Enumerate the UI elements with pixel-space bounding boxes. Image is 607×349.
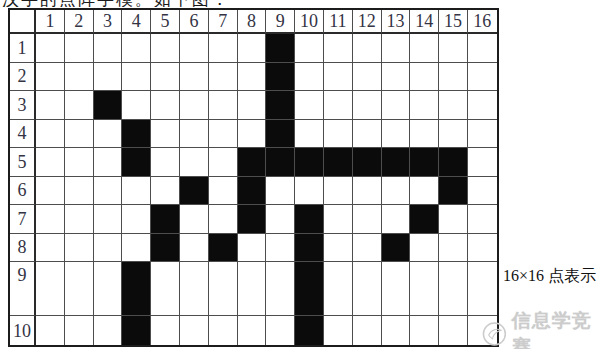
cell-r4-c15 [439,120,468,149]
cell-r10-c4-filled [122,316,151,345]
cell-r8-c6 [180,234,209,263]
cell-r7-c7 [209,205,238,234]
cell-r3-c13 [382,91,411,120]
cell-r1-c12 [353,34,382,63]
cell-r2-c7 [209,63,238,92]
cell-r4-c5 [151,120,180,149]
cell-r1-c6 [180,34,209,63]
cell-r3-c15 [439,91,468,120]
cell-r5-c9-filled [266,148,295,177]
cell-r10-c9 [266,316,295,345]
cell-r1-c3 [94,34,123,63]
cell-r9-c8 [238,262,267,316]
cell-r6-c1 [36,177,65,206]
cell-r9-c14 [410,262,439,316]
cell-r4-c14 [410,120,439,149]
cell-r7-c4 [122,205,151,234]
row-header-7: 7 [10,205,36,234]
cell-r5-c12-filled [353,148,382,177]
cell-r2-c16 [468,63,497,92]
cell-r10-c12 [353,316,382,345]
watermark-logo-icon [482,321,507,347]
cell-r9-c11 [324,262,353,316]
cell-r6-c4 [122,177,151,206]
cell-r10-c7 [209,316,238,345]
cell-r8-c9 [266,234,295,263]
cell-r3-c9-filled [266,91,295,120]
cell-r2-c8 [238,63,267,92]
cell-r6-c2 [65,177,94,206]
cell-r3-c2 [65,91,94,120]
cell-r7-c10-filled [295,205,324,234]
row-header-3: 3 [10,91,36,120]
col-header-4: 4 [122,10,151,34]
cell-r4-c2 [65,120,94,149]
cell-r3-c7 [209,91,238,120]
col-header-11: 11 [324,10,353,34]
cell-r7-c14-filled [410,205,439,234]
cell-r8-c3 [94,234,123,263]
cell-r6-c5 [151,177,180,206]
cell-r6-c6-filled [180,177,209,206]
cell-r2-c9-filled [266,63,295,92]
cell-r4-c8 [238,120,267,149]
col-header-9: 9 [266,10,295,34]
cell-r3-c6 [180,91,209,120]
cell-r6-c10 [295,177,324,206]
cell-r8-c10-filled [295,234,324,263]
cell-r8-c5-filled [151,234,180,263]
cell-r4-c13 [382,120,411,149]
row-header-5: 5 [10,148,36,177]
cell-r9-c5 [151,262,180,316]
cell-r5-c2 [65,148,94,177]
cell-r4-c9-filled [266,120,295,149]
col-header-14: 14 [410,10,439,34]
cell-r2-c1 [36,63,65,92]
cell-r3-c11 [324,91,353,120]
cell-r8-c1 [36,234,65,263]
cell-r5-c3 [94,148,123,177]
cell-r1-c8 [238,34,267,63]
cell-r5-c13-filled [382,148,411,177]
row-header-2: 2 [10,63,36,92]
cell-r1-c11 [324,34,353,63]
cell-r4-c12 [353,120,382,149]
cell-r2-c4 [122,63,151,92]
cell-r4-c3 [94,120,123,149]
cell-r9-c7 [209,262,238,316]
col-header-6: 6 [180,10,209,34]
col-header-15: 15 [439,10,468,34]
col-header-5: 5 [151,10,180,34]
row-header-8: 8 [10,234,36,263]
cell-r7-c8-filled [238,205,267,234]
cell-r9-c9 [266,262,295,316]
cell-r7-c13 [382,205,411,234]
cell-r9-c2 [65,262,94,316]
cell-r3-c8 [238,91,267,120]
cell-r10-c10-filled [295,316,324,345]
cell-r3-c10 [295,91,324,120]
cell-r5-c4-filled [122,148,151,177]
cell-r5-c14-filled [410,148,439,177]
side-note: 16×16 点表示 [503,266,596,287]
cell-r8-c14 [410,234,439,263]
cell-r4-c7 [209,120,238,149]
cell-r7-c6 [180,205,209,234]
cell-r8-c16 [468,234,497,263]
cell-r1-c5 [151,34,180,63]
col-header-13: 13 [382,10,411,34]
row-header-1: 1 [10,34,36,63]
cell-r9-c4-filled [122,262,151,316]
cell-r9-c15 [439,262,468,316]
col-header-3: 3 [94,10,123,34]
row-header-6: 6 [10,177,36,206]
cell-r3-c16 [468,91,497,120]
cell-r5-c7 [209,148,238,177]
cell-r10-c3 [94,316,123,345]
cell-r10-c5 [151,316,180,345]
cell-r4-c11 [324,120,353,149]
row-header-10: 10 [10,316,36,345]
cell-r7-c15 [439,205,468,234]
cell-r2-c5 [151,63,180,92]
cell-r10-c11 [324,316,353,345]
pixel-grid: 1234567891011121314151612345678910 [8,8,499,347]
cell-r10-c15 [439,316,468,345]
cell-r7-c12 [353,205,382,234]
cell-r6-c14 [410,177,439,206]
cell-r9-c6 [180,262,209,316]
cell-r10-c14 [410,316,439,345]
cell-r3-c12 [353,91,382,120]
cell-r1-c4 [122,34,151,63]
cell-r1-c1 [36,34,65,63]
cell-r5-c1 [36,148,65,177]
cell-r4-c16 [468,120,497,149]
cell-r8-c2 [65,234,94,263]
cell-r7-c11 [324,205,353,234]
col-header-16: 16 [468,10,497,34]
cell-r5-c6 [180,148,209,177]
cell-r9-c1 [36,262,65,316]
cell-r3-c5 [151,91,180,120]
cell-r10-c8 [238,316,267,345]
cell-r9-c13 [382,262,411,316]
cell-r8-c7-filled [209,234,238,263]
cell-r8-c15 [439,234,468,263]
cell-r4-c1 [36,120,65,149]
cell-r6-c15-filled [439,177,468,206]
cell-r3-c4 [122,91,151,120]
cell-r7-c9 [266,205,295,234]
cell-r4-c6 [180,120,209,149]
cell-r2-c13 [382,63,411,92]
watermark-text: 信息学竞赛 [512,308,607,349]
cell-r10-c6 [180,316,209,345]
cell-r2-c6 [180,63,209,92]
cell-r1-c7 [209,34,238,63]
col-header-2: 2 [65,10,94,34]
cell-r4-c4-filled [122,120,151,149]
cell-r7-c2 [65,205,94,234]
cell-r3-c1 [36,91,65,120]
cell-r5-c8-filled [238,148,267,177]
cell-r1-c15 [439,34,468,63]
corner-cell [10,10,36,34]
cell-r2-c15 [439,63,468,92]
cell-r1-c2 [65,34,94,63]
cell-r7-c1 [36,205,65,234]
watermark: 信息学竞赛 [482,308,607,349]
cell-r3-c14 [410,91,439,120]
cell-r8-c12 [353,234,382,263]
col-header-7: 7 [209,10,238,34]
cell-r9-c12 [353,262,382,316]
col-header-12: 12 [353,10,382,34]
cell-r8-c13-filled [382,234,411,263]
cell-r8-c8 [238,234,267,263]
cell-r5-c10-filled [295,148,324,177]
cell-r8-c11 [324,234,353,263]
cell-r2-c3 [94,63,123,92]
row-header-9: 9 [10,262,36,316]
cell-r5-c15-filled [439,148,468,177]
cell-r5-c16 [468,148,497,177]
cell-r6-c8-filled [238,177,267,206]
cell-r1-c14 [410,34,439,63]
cell-r8-c4 [122,234,151,263]
cell-r2-c14 [410,63,439,92]
cell-r3-c3-filled [94,91,123,120]
cell-r6-c9 [266,177,295,206]
cell-r1-c9-filled [266,34,295,63]
cell-r6-c3 [94,177,123,206]
col-header-8: 8 [238,10,267,34]
cell-r6-c12 [353,177,382,206]
clipped-caption-text: 汉字的点阵字模。如下图： [2,0,402,7]
cell-r2-c10 [295,63,324,92]
clipped-caption: 汉字的点阵字模。如下图： [2,0,402,7]
cell-r9-c10-filled [295,262,324,316]
cell-r2-c12 [353,63,382,92]
cell-r4-c10 [295,120,324,149]
cell-r2-c2 [65,63,94,92]
col-header-10: 10 [295,10,324,34]
row-header-4: 4 [10,120,36,149]
cell-r1-c16 [468,34,497,63]
cell-r7-c3 [94,205,123,234]
cell-r10-c13 [382,316,411,345]
cell-r6-c7 [209,177,238,206]
cell-r10-c1 [36,316,65,345]
cell-r2-c11 [324,63,353,92]
cell-r1-c13 [382,34,411,63]
cell-r9-c3 [94,262,123,316]
cell-r6-c13 [382,177,411,206]
cell-r6-c11 [324,177,353,206]
col-header-1: 1 [36,10,65,34]
screenshot-root: 汉字的点阵字模。如下图： 123456789101112131415161234… [0,0,607,349]
cell-r1-c10 [295,34,324,63]
cell-r5-c11-filled [324,148,353,177]
cell-r10-c2 [65,316,94,345]
cell-r7-c16 [468,205,497,234]
cell-r5-c5 [151,148,180,177]
cell-r6-c16 [468,177,497,206]
cell-r7-c5-filled [151,205,180,234]
